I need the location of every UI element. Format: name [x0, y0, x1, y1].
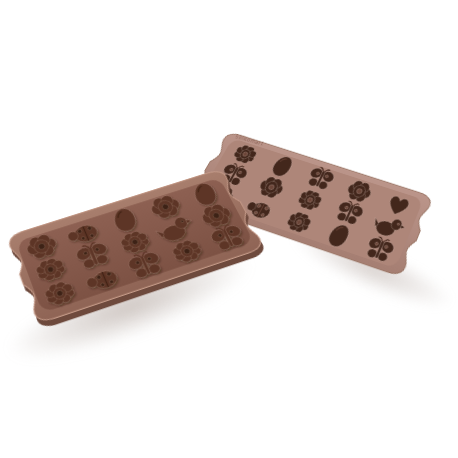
- front-mold-svg: [0, 159, 279, 336]
- product-photo: silikomart: [0, 0, 458, 458]
- front-mold-with-chocolates: [0, 159, 279, 336]
